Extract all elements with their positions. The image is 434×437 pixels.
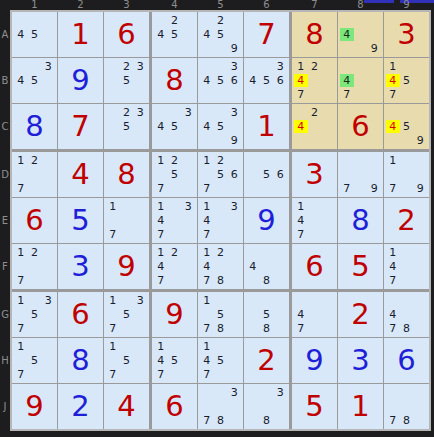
- candidate-5: 5: [400, 74, 414, 88]
- cell-E6[interactable]: 9: [244, 198, 289, 243]
- empty-candidate-slot: [133, 321, 147, 335]
- empty-candidate-slot: [106, 120, 120, 134]
- empty-candidate-slot: [214, 106, 228, 120]
- candidate-3: 3: [273, 386, 287, 400]
- empty-candidate-slot: [227, 246, 241, 260]
- empty-candidate-slot: [120, 87, 134, 101]
- cell-B8[interactable]: 47: [338, 58, 383, 103]
- empty-candidate-slot: [413, 60, 427, 74]
- empty-candidate-slot: [41, 273, 55, 287]
- empty-candidate-slot: [133, 133, 147, 147]
- empty-candidate-slot: [367, 60, 381, 74]
- empty-candidate-slot: [214, 181, 228, 195]
- cell-G3[interactable]: 1357: [104, 292, 149, 337]
- cell-J5[interactable]: 378: [198, 384, 243, 429]
- candidate-9: 9: [413, 133, 427, 147]
- empty-candidate-slot: [308, 200, 322, 214]
- candidate-7: 7: [154, 181, 168, 195]
- candidate-8: 8: [260, 321, 274, 335]
- empty-candidate-slot: [227, 413, 241, 427]
- candidate-7: 7: [154, 367, 168, 381]
- empty-candidate-slot: [133, 214, 147, 228]
- empty-candidate-slot: [106, 133, 120, 147]
- empty-candidate-slot: [321, 227, 335, 241]
- empty-candidate-slot: [227, 294, 241, 308]
- cell-B9[interactable]: 1457: [384, 58, 429, 103]
- candidate-8: 8: [260, 413, 274, 427]
- candidate-6: 6: [227, 168, 241, 182]
- cell-F8[interactable]: 5: [338, 244, 383, 289]
- box-8: 9157858145714572637838: [152, 292, 289, 429]
- candidate-1: 1: [14, 294, 28, 308]
- candidate-1: 1: [294, 200, 308, 214]
- cell-C2[interactable]: 7: [58, 104, 103, 149]
- candidate-4: 4: [154, 28, 168, 42]
- cell-B6[interactable]: 3456: [244, 58, 289, 103]
- candidate-4-yellow: 4: [294, 120, 308, 134]
- empty-candidate-slot: [246, 154, 260, 168]
- cell-C5[interactable]: 3459: [198, 104, 243, 149]
- candidate-6: 6: [273, 168, 287, 182]
- cell-E1[interactable]: 6: [12, 198, 57, 243]
- row-label-B: B: [0, 58, 10, 103]
- candidate-7: 7: [340, 181, 354, 195]
- candidate-7: 7: [340, 87, 354, 101]
- cell-C8[interactable]: 6: [338, 104, 383, 149]
- empty-candidate-slot: [340, 41, 354, 55]
- empty-candidate-slot: [400, 246, 414, 260]
- candidate-5: 5: [28, 354, 42, 368]
- empty-candidate-slot: [200, 60, 214, 74]
- cell-G7[interactable]: 47: [292, 292, 337, 337]
- cell-G1[interactable]: 1357: [12, 292, 57, 337]
- given-digit: 6: [165, 392, 183, 421]
- empty-candidate-slot: [413, 120, 427, 134]
- empty-candidate-slot: [41, 74, 55, 88]
- candidate-1: 1: [106, 294, 120, 308]
- candidate-9: 9: [367, 41, 381, 55]
- row-label-G: G: [0, 292, 10, 337]
- candidate-4: 4: [200, 260, 214, 274]
- empty-candidate-slot: [246, 168, 260, 182]
- candidate-7: 7: [106, 321, 120, 335]
- candidate-9: 9: [367, 181, 381, 195]
- empty-candidate-slot: [181, 168, 195, 182]
- box-4: 12748651712739: [12, 152, 149, 289]
- cell-E2[interactable]: 5: [58, 198, 103, 243]
- empty-candidate-slot: [41, 14, 55, 28]
- cell-A4[interactable]: 245: [152, 12, 197, 57]
- candidate-3: 3: [227, 200, 241, 214]
- empty-candidate-slot: [214, 200, 228, 214]
- candidate-2: 2: [214, 14, 228, 28]
- empty-candidate-slot: [273, 321, 287, 335]
- empty-candidate-slot: [227, 340, 241, 354]
- empty-candidate-slot: [214, 60, 228, 74]
- cell-E4[interactable]: 1347: [152, 198, 197, 243]
- given-digit: 5: [351, 252, 369, 281]
- cell-B1[interactable]: 345: [12, 58, 57, 103]
- candidate-4-yellow: 4: [294, 74, 308, 88]
- empty-candidate-slot: [28, 367, 42, 381]
- empty-candidate-slot: [246, 87, 260, 101]
- candidate-5: 5: [120, 74, 134, 88]
- empty-candidate-slot: [413, 154, 427, 168]
- cell-E5[interactable]: 1347: [198, 198, 243, 243]
- cell-G9[interactable]: 478: [384, 292, 429, 337]
- candidate-4: 4: [386, 260, 400, 274]
- empty-candidate-slot: [28, 260, 42, 274]
- sudoku-board: 4516345923587235245245978345634563453459…: [10, 10, 431, 431]
- empty-candidate-slot: [41, 28, 55, 42]
- empty-candidate-slot: [246, 413, 260, 427]
- empty-candidate-slot: [413, 321, 427, 335]
- cell-C7[interactable]: 24: [292, 104, 337, 149]
- candidate-1: 1: [154, 246, 168, 260]
- empty-candidate-slot: [133, 367, 147, 381]
- empty-candidate-slot: [106, 87, 120, 101]
- empty-candidate-slot: [120, 340, 134, 354]
- candidate-3: 3: [133, 60, 147, 74]
- cell-D9[interactable]: 179: [384, 152, 429, 197]
- empty-candidate-slot: [321, 214, 335, 228]
- candidate-5: 5: [168, 168, 182, 182]
- empty-candidate-slot: [246, 294, 260, 308]
- candidate-3: 3: [227, 386, 241, 400]
- cell-J4[interactable]: 6: [152, 384, 197, 429]
- cell-G2[interactable]: 6: [58, 292, 103, 337]
- given-digit: 1: [257, 112, 275, 141]
- cell-H5[interactable]: 1457: [198, 338, 243, 383]
- candidate-8: 8: [400, 413, 414, 427]
- cell-F7[interactable]: 6: [292, 244, 337, 289]
- empty-candidate-slot: [367, 87, 381, 101]
- given-digit: 8: [117, 160, 135, 189]
- candidate-4: 4: [294, 214, 308, 228]
- cell-A3[interactable]: 6: [104, 12, 149, 57]
- candidate-5: 5: [168, 120, 182, 134]
- empty-candidate-slot: [168, 340, 182, 354]
- cell-F6[interactable]: 48: [244, 244, 289, 289]
- cell-H3[interactable]: 157: [104, 338, 149, 383]
- empty-candidate-slot: [168, 367, 182, 381]
- row-label-H: H: [0, 338, 10, 383]
- empty-candidate-slot: [354, 14, 368, 28]
- empty-candidate-slot: [181, 41, 195, 55]
- cell-A5[interactable]: 2459: [198, 12, 243, 57]
- given-digit: 6: [351, 112, 369, 141]
- candidate-9: 9: [227, 41, 241, 55]
- empty-candidate-slot: [200, 168, 214, 182]
- empty-candidate-slot: [413, 87, 427, 101]
- cell-E8[interactable]: 8: [338, 198, 383, 243]
- cell-G4[interactable]: 9: [152, 292, 197, 337]
- cell-J3[interactable]: 4: [104, 384, 149, 429]
- empty-candidate-slot: [294, 106, 308, 120]
- empty-candidate-slot: [400, 168, 414, 182]
- cell-F3[interactable]: 9: [104, 244, 149, 289]
- empty-candidate-slot: [14, 60, 28, 74]
- empty-candidate-slot: [181, 227, 195, 241]
- candidate-2: 2: [120, 60, 134, 74]
- empty-candidate-slot: [181, 181, 195, 195]
- empty-candidate-slot: [28, 294, 42, 308]
- candidate-1: 1: [106, 340, 120, 354]
- empty-candidate-slot: [246, 308, 260, 322]
- solved-digit: 8: [351, 206, 369, 235]
- empty-candidate-slot: [400, 308, 414, 322]
- empty-candidate-slot: [14, 354, 28, 368]
- cell-H7[interactable]: 9: [292, 338, 337, 383]
- empty-candidate-slot: [181, 273, 195, 287]
- empty-candidate-slot: [168, 214, 182, 228]
- candidate-4: 4: [14, 28, 28, 42]
- col-label-9: 9: [384, 0, 429, 10]
- cell-G5[interactable]: 1578: [198, 292, 243, 337]
- candidate-5: 5: [214, 168, 228, 182]
- cell-C6[interactable]: 1: [244, 104, 289, 149]
- row-label-D: D: [0, 152, 10, 197]
- candidate-8: 8: [400, 321, 414, 335]
- empty-candidate-slot: [120, 227, 134, 241]
- candidate-4: 4: [246, 260, 260, 274]
- cell-D2[interactable]: 4: [58, 152, 103, 197]
- empty-candidate-slot: [28, 181, 42, 195]
- candidate-4: 4: [154, 214, 168, 228]
- candidate-9: 9: [413, 181, 427, 195]
- candidate-4: 4: [200, 74, 214, 88]
- cell-B3[interactable]: 235: [104, 58, 149, 103]
- empty-candidate-slot: [120, 133, 134, 147]
- empty-candidate-slot: [168, 200, 182, 214]
- cell-F4[interactable]: 1247: [152, 244, 197, 289]
- empty-candidate-slot: [227, 28, 241, 42]
- empty-candidate-slot: [227, 321, 241, 335]
- candidate-5: 5: [260, 74, 274, 88]
- empty-candidate-slot: [181, 260, 195, 274]
- given-digit: 1: [71, 20, 89, 49]
- solved-digit: 2: [71, 392, 89, 421]
- candidate-7: 7: [14, 181, 28, 195]
- row-label-F: F: [0, 244, 10, 289]
- given-digit: 2: [351, 300, 369, 329]
- given-digit: 5: [305, 392, 323, 421]
- candidate-3: 3: [133, 106, 147, 120]
- cell-A9[interactable]: 3: [384, 12, 429, 57]
- candidate-5: 5: [214, 28, 228, 42]
- empty-candidate-slot: [214, 367, 228, 381]
- empty-candidate-slot: [28, 41, 42, 55]
- empty-candidate-slot: [227, 227, 241, 241]
- cell-D5[interactable]: 12567: [198, 152, 243, 197]
- candidate-1: 1: [14, 246, 28, 260]
- empty-candidate-slot: [413, 74, 427, 88]
- cell-H9[interactable]: 6: [384, 338, 429, 383]
- empty-candidate-slot: [133, 74, 147, 88]
- cell-H2[interactable]: 8: [58, 338, 103, 383]
- empty-candidate-slot: [200, 87, 214, 101]
- candidate-4-green: 4: [340, 74, 354, 88]
- cell-D7[interactable]: 3: [292, 152, 337, 197]
- given-digit: 9: [117, 252, 135, 281]
- cell-J2[interactable]: 2: [58, 384, 103, 429]
- candidate-1: 1: [200, 154, 214, 168]
- candidate-5: 5: [120, 354, 134, 368]
- cell-E7[interactable]: 147: [292, 198, 337, 243]
- candidate-1: 1: [386, 246, 400, 260]
- empty-candidate-slot: [367, 168, 381, 182]
- empty-candidate-slot: [133, 340, 147, 354]
- candidate-7: 7: [294, 227, 308, 241]
- cell-J6[interactable]: 38: [244, 384, 289, 429]
- cell-B2[interactable]: 9: [58, 58, 103, 103]
- empty-candidate-slot: [106, 60, 120, 74]
- cell-C1[interactable]: 8: [12, 104, 57, 149]
- empty-candidate-slot: [181, 133, 195, 147]
- cell-J8[interactable]: 1: [338, 384, 383, 429]
- empty-candidate-slot: [321, 308, 335, 322]
- candidate-2: 2: [120, 106, 134, 120]
- candidate-7: 7: [386, 181, 400, 195]
- candidate-1: 1: [154, 340, 168, 354]
- candidate-5: 5: [168, 28, 182, 42]
- cell-A8[interactable]: 49: [338, 12, 383, 57]
- candidate-4: 4: [154, 354, 168, 368]
- empty-candidate-slot: [308, 294, 322, 308]
- candidate-2: 2: [168, 154, 182, 168]
- cell-D3[interactable]: 8: [104, 152, 149, 197]
- cell-J1[interactable]: 9: [12, 384, 57, 429]
- empty-candidate-slot: [400, 181, 414, 195]
- empty-candidate-slot: [214, 400, 228, 414]
- empty-candidate-slot: [260, 294, 274, 308]
- empty-candidate-slot: [273, 246, 287, 260]
- cell-E9[interactable]: 2: [384, 198, 429, 243]
- cell-F1[interactable]: 127: [12, 244, 57, 289]
- cell-C3[interactable]: 235: [104, 104, 149, 149]
- candidate-5: 5: [260, 168, 274, 182]
- cell-J7[interactable]: 5: [292, 384, 337, 429]
- given-digit: 6: [117, 20, 135, 49]
- candidate-5: 5: [28, 74, 42, 88]
- empty-candidate-slot: [321, 87, 335, 101]
- col-label-1: 1: [12, 0, 57, 10]
- given-digit: 4: [71, 160, 89, 189]
- col-label-4: 4: [152, 0, 197, 10]
- cell-E3[interactable]: 17: [104, 198, 149, 243]
- empty-candidate-slot: [181, 28, 195, 42]
- cell-H8[interactable]: 3: [338, 338, 383, 383]
- candidate-4: 4: [294, 308, 308, 322]
- empty-candidate-slot: [181, 340, 195, 354]
- cell-A6[interactable]: 7: [244, 12, 289, 57]
- cell-H1[interactable]: 157: [12, 338, 57, 383]
- candidate-1: 1: [14, 154, 28, 168]
- empty-candidate-slot: [308, 321, 322, 335]
- cell-B7[interactable]: 1247: [292, 58, 337, 103]
- given-digit: 6: [71, 300, 89, 329]
- cell-D8[interactable]: 79: [338, 152, 383, 197]
- solved-digit: 9: [71, 66, 89, 95]
- empty-candidate-slot: [413, 308, 427, 322]
- empty-candidate-slot: [400, 260, 414, 274]
- empty-candidate-slot: [200, 308, 214, 322]
- candidate-7: 7: [386, 413, 400, 427]
- cell-D1[interactable]: 127: [12, 152, 57, 197]
- cell-A2[interactable]: 1: [58, 12, 103, 57]
- candidate-5: 5: [214, 120, 228, 134]
- empty-candidate-slot: [227, 154, 241, 168]
- candidate-8: 8: [260, 273, 274, 287]
- cell-G8[interactable]: 2: [338, 292, 383, 337]
- solved-digit: 3: [351, 346, 369, 375]
- empty-candidate-slot: [200, 41, 214, 55]
- empty-candidate-slot: [227, 260, 241, 274]
- empty-candidate-slot: [246, 321, 260, 335]
- empty-candidate-slot: [28, 321, 42, 335]
- empty-candidate-slot: [273, 308, 287, 322]
- empty-candidate-slot: [400, 273, 414, 287]
- candidate-3: 3: [273, 60, 287, 74]
- solved-digit: 9: [257, 206, 275, 235]
- candidate-2: 2: [28, 246, 42, 260]
- empty-candidate-slot: [200, 386, 214, 400]
- box-5: 1257125675613471347912471247848: [152, 152, 289, 289]
- candidate-5: 5: [214, 354, 228, 368]
- cell-B4[interactable]: 8: [152, 58, 197, 103]
- cell-F2[interactable]: 3: [58, 244, 103, 289]
- given-digit: 1: [351, 392, 369, 421]
- empty-candidate-slot: [294, 294, 308, 308]
- empty-candidate-slot: [273, 400, 287, 414]
- empty-candidate-slot: [214, 41, 228, 55]
- cell-A7[interactable]: 8: [292, 12, 337, 57]
- row-label-C: C: [0, 104, 10, 149]
- empty-candidate-slot: [260, 246, 274, 260]
- empty-candidate-slot: [413, 294, 427, 308]
- given-digit: 8: [165, 66, 183, 95]
- given-digit: 4: [117, 392, 135, 421]
- cell-C9[interactable]: 459: [384, 104, 429, 149]
- candidate-7: 7: [200, 181, 214, 195]
- cell-G6[interactable]: 58: [244, 292, 289, 337]
- empty-candidate-slot: [367, 154, 381, 168]
- empty-candidate-slot: [321, 60, 335, 74]
- candidate-1: 1: [200, 294, 214, 308]
- cell-A1[interactable]: 45: [12, 12, 57, 57]
- empty-candidate-slot: [400, 294, 414, 308]
- candidate-4: 4: [246, 74, 260, 88]
- cell-H4[interactable]: 1457: [152, 338, 197, 383]
- cell-D4[interactable]: 1257: [152, 152, 197, 197]
- cell-F5[interactable]: 12478: [198, 244, 243, 289]
- candidate-5: 5: [120, 308, 134, 322]
- empty-candidate-slot: [400, 106, 414, 120]
- cell-C4[interactable]: 345: [152, 104, 197, 149]
- candidate-3: 3: [41, 294, 55, 308]
- cell-J9[interactable]: 78: [384, 384, 429, 429]
- cell-F9[interactable]: 147: [384, 244, 429, 289]
- empty-candidate-slot: [246, 246, 260, 260]
- cell-B5[interactable]: 3456: [198, 58, 243, 103]
- candidate-7: 7: [14, 321, 28, 335]
- box-2: 2452459783456345634534591: [152, 12, 289, 149]
- candidate-4: 4: [200, 354, 214, 368]
- candidate-1: 1: [386, 60, 400, 74]
- candidate-2: 2: [168, 14, 182, 28]
- cell-D6[interactable]: 56: [244, 152, 289, 197]
- cell-H6[interactable]: 2: [244, 338, 289, 383]
